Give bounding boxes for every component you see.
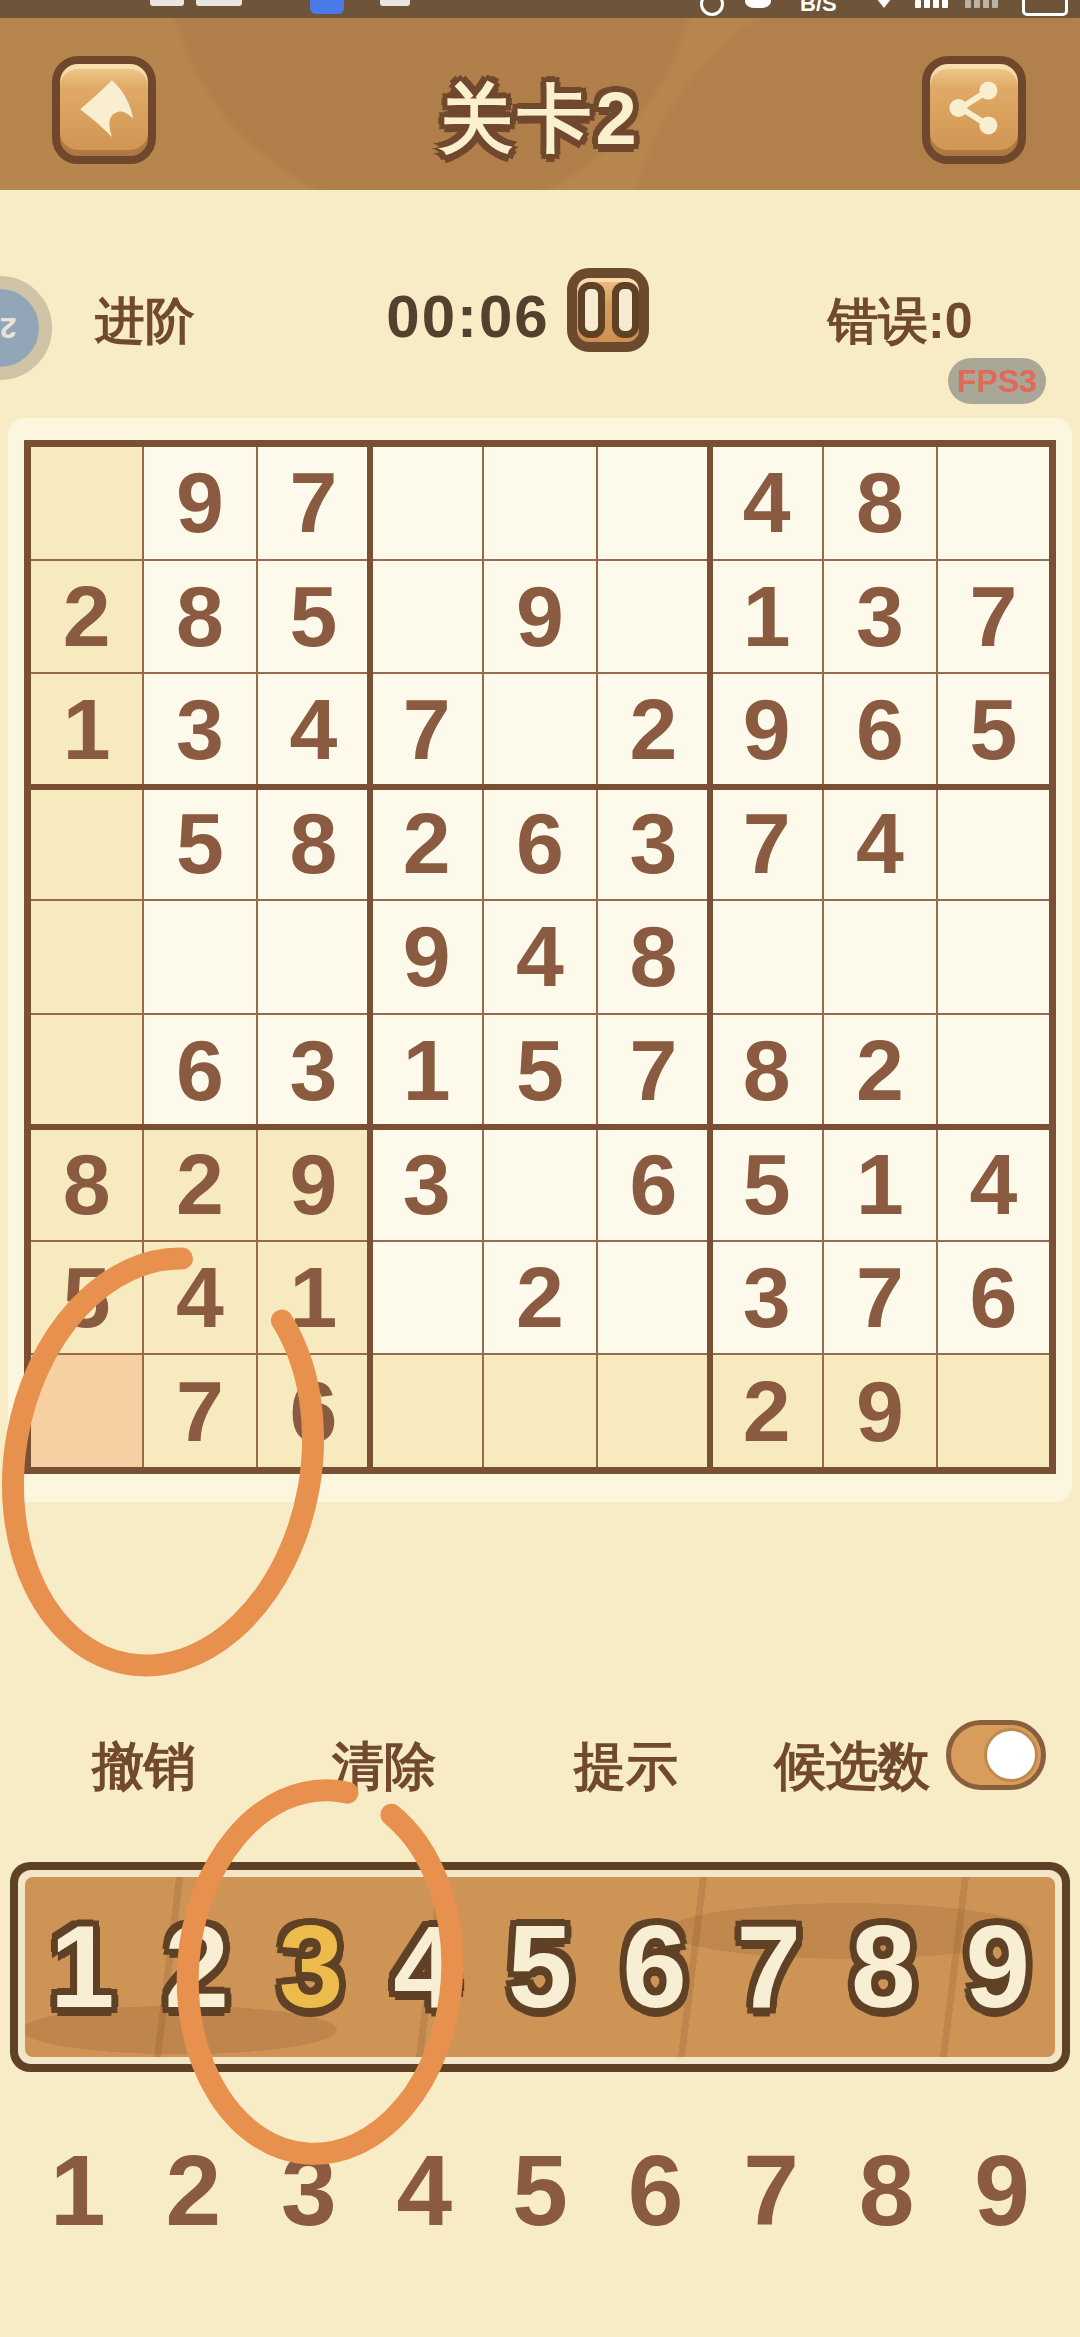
cell-digit: 7 — [289, 453, 337, 552]
cell-digit: 4 — [176, 1248, 224, 1347]
sudoku-cell-r7c1[interactable]: 8 — [31, 1128, 142, 1240]
sudoku-cell-r1c4[interactable] — [371, 447, 482, 559]
box-separator — [707, 447, 713, 1467]
sudoku-cell-r3c2[interactable]: 3 — [144, 674, 255, 786]
sudoku-cell-r5c8[interactable] — [824, 901, 935, 1013]
cell-digit: 8 — [629, 907, 677, 1006]
sudoku-cell-r3c1[interactable]: 1 — [31, 674, 142, 786]
sudoku-cell-r3c6[interactable]: 2 — [598, 674, 709, 786]
cell-digit: 3 — [743, 1248, 791, 1347]
sudoku-cell-r1c5[interactable] — [484, 447, 595, 559]
cell-digit: 9 — [516, 567, 564, 666]
status-alarm-icon — [745, 0, 771, 8]
box-separator — [31, 784, 1049, 790]
sudoku-cell-r4c3[interactable]: 8 — [258, 788, 369, 900]
sudoku-cell-r6c9[interactable] — [938, 1015, 1049, 1127]
sudoku-cell-r7c3[interactable]: 9 — [258, 1128, 369, 1240]
sudoku-cell-r2c4[interactable] — [371, 561, 482, 673]
sudoku-cell-r8c2[interactable]: 4 — [144, 1242, 255, 1354]
sudoku-cell-r4c9[interactable] — [938, 788, 1049, 900]
sudoku-cell-r8c4[interactable] — [371, 1242, 482, 1354]
sudoku-cell-r9c1[interactable] — [31, 1355, 142, 1467]
cell-digit: 6 — [856, 680, 904, 779]
sudoku-cell-r4c4[interactable]: 2 — [371, 788, 482, 900]
sudoku-cell-r1c3[interactable]: 7 — [258, 447, 369, 559]
cell-digit: 2 — [403, 794, 451, 893]
status-app-icon — [310, 0, 344, 14]
count-digit-8: 8 — [859, 2140, 915, 2240]
pause-icon — [578, 282, 605, 338]
cell-digit: 5 — [969, 680, 1017, 779]
sudoku-cell-r8c7[interactable]: 3 — [711, 1242, 822, 1354]
box-separator — [367, 447, 373, 1467]
sudoku-cell-r9c4[interactable] — [371, 1355, 482, 1467]
sudoku-cell-r5c4[interactable]: 9 — [371, 901, 482, 1013]
number-pad-inner-border: 123456789 — [18, 1870, 1062, 2064]
cell-digit: 7 — [743, 794, 791, 893]
sudoku-cell-r7c6[interactable]: 6 — [598, 1128, 709, 1240]
numpad-button-2[interactable]: 2 — [164, 1909, 229, 2025]
sudoku-cell-r2c2[interactable]: 8 — [144, 561, 255, 673]
sudoku-cell-r7c8[interactable]: 1 — [824, 1128, 935, 1240]
numpad-button-4[interactable]: 4 — [393, 1909, 458, 2025]
sudoku-board-panel: 9748285913713472965582637494863157828293… — [8, 418, 1072, 1502]
cell-digit: 6 — [629, 1135, 677, 1234]
sudoku-cell-r2c5[interactable]: 9 — [484, 561, 595, 673]
page-title: 关卡2 — [0, 70, 1080, 170]
count-digit-9: 9 — [974, 2140, 1030, 2240]
cell-digit: 9 — [743, 680, 791, 779]
sudoku-cell-r8c8[interactable]: 7 — [824, 1242, 935, 1354]
sudoku-cell-r7c2[interactable]: 2 — [144, 1128, 255, 1240]
fps-badge: FPS3 — [948, 358, 1046, 404]
sudoku-cell-r1c7[interactable]: 4 — [711, 447, 822, 559]
sudoku-cell-r3c7[interactable]: 9 — [711, 674, 822, 786]
sudoku-grid: 9748285913713472965582637494863157828293… — [24, 440, 1056, 1474]
sudoku-cell-r6c1[interactable] — [31, 1015, 142, 1127]
errors-label: 错误:0 — [828, 288, 972, 355]
status-time-fragment — [150, 0, 184, 6]
cell-digit: 8 — [289, 794, 337, 893]
status-time-fragment — [196, 0, 242, 6]
cell-digit: 2 — [63, 567, 111, 666]
sudoku-cell-r9c9[interactable] — [938, 1355, 1049, 1467]
box-separator — [31, 1124, 1049, 1130]
cell-digit: 2 — [743, 1362, 791, 1461]
sudoku-cell-r2c9[interactable]: 7 — [938, 561, 1049, 673]
sudoku-cell-r8c6[interactable] — [598, 1242, 709, 1354]
cell-digit: 4 — [969, 1135, 1017, 1234]
debug-badge-label: 22 — [0, 311, 17, 345]
sudoku-cell-r8c9[interactable]: 6 — [938, 1242, 1049, 1354]
sudoku-cell-r4c5[interactable]: 6 — [484, 788, 595, 900]
cell-digit: 1 — [63, 680, 111, 779]
toggle-knob — [984, 1728, 1038, 1782]
cell-digit: 2 — [516, 1248, 564, 1347]
cell-digit: 1 — [403, 1021, 451, 1120]
cell-digit: 4 — [743, 453, 791, 552]
cell-digit: 5 — [516, 1021, 564, 1120]
sudoku-cell-r2c7[interactable]: 1 — [711, 561, 822, 673]
cell-digit: 3 — [403, 1135, 451, 1234]
timer-value: 00:06 — [378, 282, 558, 351]
sudoku-cell-r3c3[interactable]: 4 — [258, 674, 369, 786]
sudoku-cell-r5c6[interactable]: 8 — [598, 901, 709, 1013]
sudoku-cell-r2c1[interactable]: 2 — [31, 561, 142, 673]
undo-button[interactable]: 撤销 — [92, 1732, 196, 1802]
cell-digit: 1 — [743, 567, 791, 666]
cell-digit: 3 — [289, 1021, 337, 1120]
sudoku-cell-r5c2[interactable] — [144, 901, 255, 1013]
cell-digit: 1 — [856, 1135, 904, 1234]
sudoku-cell-r2c3[interactable]: 5 — [258, 561, 369, 673]
cell-digit: 4 — [289, 680, 337, 779]
cell-digit: 8 — [63, 1135, 111, 1234]
cell-digit: 7 — [629, 1021, 677, 1120]
number-pad: 123456789 — [10, 1862, 1070, 2072]
sudoku-cell-r2c6[interactable] — [598, 561, 709, 673]
signal-bars-2-icon — [965, 0, 998, 8]
cell-digit: 2 — [856, 1021, 904, 1120]
clear-button[interactable]: 清除 — [332, 1732, 436, 1802]
sudoku-cell-r5c7[interactable] — [711, 901, 822, 1013]
header: 关卡2 — [0, 18, 1080, 190]
numpad-button-8[interactable]: 8 — [851, 1909, 916, 2025]
sudoku-cell-r9c2[interactable]: 7 — [144, 1355, 255, 1467]
hint-button[interactable]: 提示 — [574, 1732, 678, 1802]
cell-digit: 4 — [856, 794, 904, 893]
cell-digit: 5 — [63, 1248, 111, 1347]
numpad-button-7[interactable]: 7 — [737, 1909, 802, 2025]
status-mute-icon — [700, 0, 724, 16]
count-digit-4: 4 — [397, 2140, 453, 2240]
cell-digit: 6 — [289, 1362, 337, 1461]
wifi-icon — [870, 0, 898, 8]
status-icon-fragment — [380, 0, 410, 6]
sudoku-cell-r7c7[interactable]: 5 — [711, 1128, 822, 1240]
cell-digit: 8 — [176, 567, 224, 666]
sudoku-cell-r8c5[interactable]: 2 — [484, 1242, 595, 1354]
cell-digit: 6 — [516, 794, 564, 893]
numpad-button-3[interactable]: 3 — [279, 1909, 344, 2025]
sudoku-cell-r4c1[interactable] — [31, 788, 142, 900]
cell-digit: 7 — [403, 680, 451, 779]
count-digit-3: 3 — [281, 2140, 337, 2240]
cell-digit: 7 — [856, 1248, 904, 1347]
cell-digit: 7 — [969, 567, 1017, 666]
sudoku-cell-r1c9[interactable] — [938, 447, 1049, 559]
sudoku-cell-r4c8[interactable]: 4 — [824, 788, 935, 900]
cell-digit: 9 — [176, 453, 224, 552]
cell-digit: 6 — [969, 1248, 1017, 1347]
count-digit-6: 6 — [628, 2140, 684, 2240]
digit-counts-row: 123456789 — [20, 2140, 1060, 2240]
battery-icon — [1022, 0, 1068, 16]
cell-digit: 8 — [856, 453, 904, 552]
sudoku-cell-r8c3[interactable]: 1 — [258, 1242, 369, 1354]
cell-digit: 5 — [176, 794, 224, 893]
sudoku-cell-r4c2[interactable]: 5 — [144, 788, 255, 900]
number-pad-wood: 123456789 — [25, 1877, 1055, 2057]
sudoku-cell-r7c5[interactable] — [484, 1128, 595, 1240]
sudoku-cell-r1c8[interactable]: 8 — [824, 447, 935, 559]
candidates-toggle[interactable] — [946, 1720, 1046, 1790]
difficulty-label: 进阶 — [95, 288, 195, 355]
cell-digit: 8 — [743, 1021, 791, 1120]
cell-digit: 2 — [629, 680, 677, 779]
sudoku-cell-r9c8[interactable]: 9 — [824, 1355, 935, 1467]
sudoku-cell-r6c6[interactable]: 7 — [598, 1015, 709, 1127]
sudoku-cell-r5c1[interactable] — [31, 901, 142, 1013]
sudoku-cell-r9c5[interactable] — [484, 1355, 595, 1467]
pause-icon — [612, 282, 639, 338]
pause-button[interactable] — [567, 268, 649, 352]
debug-float-badge[interactable]: 22 — [0, 276, 52, 380]
cell-digit: 5 — [743, 1135, 791, 1234]
sudoku-cell-r6c7[interactable]: 8 — [711, 1015, 822, 1127]
status-network-type: B/S — [800, 0, 837, 17]
share-button[interactable] — [922, 56, 1026, 164]
sudoku-cell-r3c4[interactable]: 7 — [371, 674, 482, 786]
signal-bars-icon — [915, 0, 948, 8]
count-digit-2: 2 — [166, 2140, 222, 2240]
cell-digit: 2 — [176, 1135, 224, 1234]
sudoku-cell-r7c4[interactable]: 3 — [371, 1128, 482, 1240]
sudoku-cell-r6c2[interactable]: 6 — [144, 1015, 255, 1127]
sudoku-cell-r3c9[interactable]: 5 — [938, 674, 1049, 786]
sudoku-cell-r5c5[interactable]: 4 — [484, 901, 595, 1013]
sudoku-cell-r3c5[interactable] — [484, 674, 595, 786]
cell-digit: 9 — [289, 1135, 337, 1234]
sudoku-cell-r1c2[interactable]: 9 — [144, 447, 255, 559]
cell-digit: 3 — [629, 794, 677, 893]
cell-digit: 1 — [289, 1248, 337, 1347]
sudoku-cell-r4c6[interactable]: 3 — [598, 788, 709, 900]
sudoku-cell-r5c9[interactable] — [938, 901, 1049, 1013]
sudoku-cell-r6c5[interactable]: 5 — [484, 1015, 595, 1127]
count-digit-1: 1 — [50, 2140, 106, 2240]
sudoku-cell-r2c8[interactable]: 3 — [824, 561, 935, 673]
sudoku-cell-r4c7[interactable]: 7 — [711, 788, 822, 900]
numpad-button-9[interactable]: 9 — [965, 1909, 1030, 2025]
sudoku-cell-r9c3[interactable]: 6 — [258, 1355, 369, 1467]
cell-digit: 5 — [289, 567, 337, 666]
cell-digit: 7 — [176, 1362, 224, 1461]
sudoku-cell-r7c9[interactable]: 4 — [938, 1128, 1049, 1240]
cell-digit: 6 — [176, 1021, 224, 1120]
count-digit-7: 7 — [743, 2140, 799, 2240]
numpad-button-6[interactable]: 6 — [622, 1909, 687, 2025]
cell-digit: 4 — [516, 907, 564, 1006]
sudoku-cell-r6c3[interactable]: 3 — [258, 1015, 369, 1127]
sudoku-cell-r9c7[interactable]: 2 — [711, 1355, 822, 1467]
sudoku-cell-r3c8[interactable]: 6 — [824, 674, 935, 786]
sudoku-cell-r5c3[interactable] — [258, 901, 369, 1013]
sudoku-cell-r6c8[interactable]: 2 — [824, 1015, 935, 1127]
cell-digit: 3 — [856, 567, 904, 666]
sudoku-cell-r9c6[interactable] — [598, 1355, 709, 1467]
status-bar: B/S — [0, 0, 1080, 18]
sudoku-cell-r1c6[interactable] — [598, 447, 709, 559]
sudoku-cell-r8c1[interactable]: 5 — [31, 1242, 142, 1354]
numpad-button-5[interactable]: 5 — [508, 1909, 573, 2025]
share-icon — [944, 77, 1004, 143]
candidates-label: 候选数 — [774, 1732, 930, 1802]
sudoku-cell-r1c1[interactable] — [31, 447, 142, 559]
cell-digit: 9 — [403, 907, 451, 1006]
numpad-button-1[interactable]: 1 — [50, 1909, 115, 2025]
cell-digit: 9 — [856, 1362, 904, 1461]
sudoku-cell-r6c4[interactable]: 1 — [371, 1015, 482, 1127]
count-digit-5: 5 — [512, 2140, 568, 2240]
cell-digit: 3 — [176, 680, 224, 779]
